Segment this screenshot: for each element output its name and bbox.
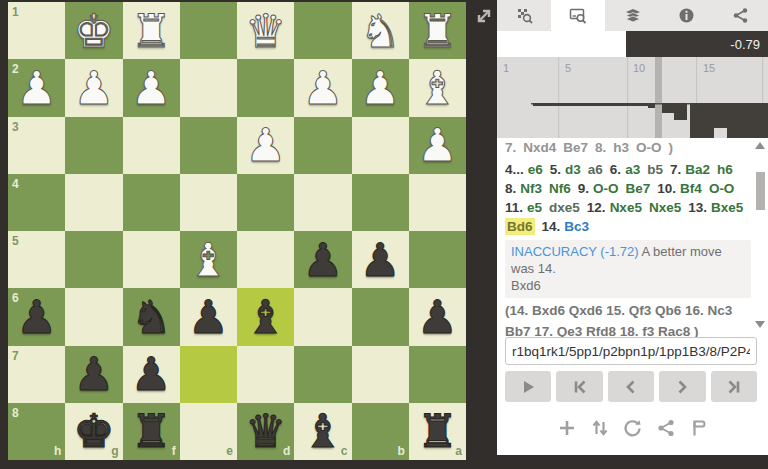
flag-button[interactable] (687, 416, 711, 440)
move-number: 6. (610, 162, 621, 177)
tab-info[interactable] (660, 0, 714, 31)
square-h5[interactable]: 5 (8, 231, 65, 288)
move-token[interactable]: Bc3 (564, 219, 589, 234)
square-g2[interactable]: ♟ (65, 59, 122, 116)
expand-icon[interactable] (472, 4, 496, 28)
square-f1[interactable]: ♜ (123, 2, 180, 59)
white-B-piece[interactable]: ♝ (417, 65, 458, 111)
share-nodes-icon (656, 418, 676, 438)
add-button[interactable] (555, 416, 579, 440)
square-c8[interactable]: c♝ (294, 403, 351, 460)
white-P-piece[interactable]: ♟ (245, 122, 286, 168)
rank-label-6: 6 (12, 292, 19, 304)
square-b6[interactable] (352, 288, 409, 345)
square-g4[interactable] (65, 174, 122, 231)
black-P-piece[interactable]: ♟ (360, 237, 401, 283)
rank-label-5: 5 (12, 235, 19, 247)
analysis-panel: -0.79 151015 7.Nxd4Be78.h3O-O)4...e65.d3… (497, 0, 768, 455)
file-label-b: b (397, 445, 404, 457)
openings-book-icon (624, 7, 642, 24)
move-token[interactable]: h3 (613, 140, 629, 155)
file-label-e: e (226, 445, 233, 457)
move-token[interactable]: O-O (593, 181, 619, 196)
step-forward-icon (673, 378, 691, 396)
tab-board-search[interactable] (497, 0, 551, 31)
square-h6[interactable]: 6♟ (8, 288, 65, 345)
move-number: 13. (688, 200, 707, 215)
square-f8[interactable]: f♜ (123, 403, 180, 460)
move-token[interactable]: a3 (625, 162, 640, 177)
square-c2[interactable]: ♟ (294, 59, 351, 116)
move-token[interactable]: e6 (528, 162, 543, 177)
annotation-text-2: Bxd6 (511, 277, 745, 294)
move-token[interactable]: 7. (505, 140, 516, 155)
white-R-piece[interactable]: ♜ (131, 8, 172, 54)
tab-engine-analysis[interactable] (551, 0, 605, 31)
square-d8[interactable]: d♛ (237, 403, 294, 460)
rank-label-4: 4 (12, 178, 19, 190)
eval-bar-black: -0.79 (626, 31, 768, 57)
square-f6[interactable]: ♞ (123, 288, 180, 345)
move-line-4: Bd614.Bc3 (505, 217, 751, 236)
square-d1[interactable]: ♛ (237, 2, 294, 59)
move-line-2: 8.Nf3Nf69.O-OBe710.Bf4O-O (505, 179, 751, 198)
square-g8[interactable]: g♚ (65, 403, 122, 460)
move-token[interactable]: 8. (595, 140, 606, 155)
black-N-piece[interactable]: ♞ (131, 294, 172, 340)
square-h2[interactable]: 2♟ (8, 59, 65, 116)
move-token[interactable]: Bd6 (505, 218, 535, 235)
square-b8[interactable]: b (352, 403, 409, 460)
black-B-piece[interactable]: ♝ (245, 294, 286, 340)
move-number: 12. (587, 200, 606, 215)
square-d3[interactable]: ♟ (237, 117, 294, 174)
square-g3[interactable] (65, 117, 122, 174)
square-g5[interactable] (65, 231, 122, 288)
play-button[interactable] (505, 371, 551, 402)
move-number: 4... (505, 162, 524, 177)
square-h8[interactable]: 8h (8, 403, 65, 460)
square-c5[interactable]: ♟ (294, 231, 351, 288)
square-c3[interactable] (294, 117, 351, 174)
black-R-piece[interactable]: ♜ (131, 408, 172, 454)
move-number: 10. (657, 181, 676, 196)
flag-icon (689, 418, 709, 438)
square-e5[interactable]: ♝ (180, 231, 237, 288)
rank-label-1: 1 (12, 6, 19, 18)
scroll-thumb[interactable] (756, 172, 765, 210)
plus-icon (557, 418, 577, 438)
svg-text:1: 1 (503, 62, 509, 74)
file-label-a: a (455, 445, 462, 457)
square-g1[interactable]: ♚ (65, 2, 122, 59)
move-number: 11. (505, 200, 523, 215)
tab-openings-book[interactable] (605, 0, 659, 31)
step-back-button[interactable] (608, 371, 654, 402)
square-e4[interactable] (180, 174, 237, 231)
white-N-piece[interactable]: ♞ (360, 8, 401, 54)
move-token[interactable]: ) (669, 140, 674, 155)
black-P-piece[interactable]: ♟ (131, 351, 172, 397)
fen-input[interactable] (505, 337, 757, 365)
square-d4[interactable] (237, 174, 294, 231)
move-token[interactable]: O-O (709, 181, 735, 196)
square-a7[interactable] (409, 346, 466, 403)
square-c4[interactable] (294, 174, 351, 231)
move-list-scrollbar[interactable] (755, 140, 767, 330)
reset-button[interactable] (621, 416, 645, 440)
square-h7[interactable]: 7 (8, 346, 65, 403)
move-token[interactable]: Nf6 (549, 181, 571, 196)
move-token[interactable]: Nxd4 (523, 140, 556, 155)
rank-label-3: 3 (12, 121, 19, 133)
square-d7[interactable] (237, 346, 294, 403)
black-R-piece[interactable]: ♜ (417, 408, 458, 454)
file-label-f: f (172, 445, 176, 457)
black-B-piece[interactable]: ♝ (302, 408, 343, 454)
panel-tabs (497, 0, 768, 31)
annotation-inaccuracy: INACCURACY (-1.72) A better move was 14.… (505, 240, 751, 298)
skip-to-end-icon (725, 378, 743, 396)
move-line-0: 7.Nxd4Be78.h3O-O) (505, 138, 751, 157)
white-P-piece[interactable]: ♟ (131, 65, 172, 111)
white-P-piece[interactable]: ♟ (302, 65, 343, 111)
move-token[interactable]: Be7 (563, 140, 588, 155)
skip-to-start-icon (571, 378, 589, 396)
move-token[interactable]: Ba2 (685, 162, 710, 177)
move-token[interactable]: Be7 (626, 181, 651, 196)
step-forward-button[interactable] (659, 371, 705, 402)
move-token[interactable]: h6 (717, 162, 733, 177)
white-P-piece[interactable]: ♟ (73, 65, 114, 111)
square-c1[interactable] (294, 2, 351, 59)
flip-board-button[interactable] (588, 416, 612, 440)
square-d5[interactable] (237, 231, 294, 288)
svg-text:5: 5 (565, 62, 571, 74)
square-e2[interactable] (180, 59, 237, 116)
white-Q-piece[interactable]: ♛ (245, 8, 286, 54)
flip-board-icon (590, 418, 610, 438)
square-d6[interactable]: ♝ (237, 288, 294, 345)
white-K-piece[interactable]: ♚ (73, 8, 114, 54)
board-search-icon (516, 7, 533, 24)
black-P-piece[interactable]: ♟ (73, 351, 114, 397)
black-Q-piece[interactable]: ♛ (245, 408, 286, 454)
square-h4[interactable]: 4 (8, 174, 65, 231)
black-P-piece[interactable]: ♟ (188, 294, 229, 340)
engine-analysis-icon (569, 7, 587, 24)
white-P-piece[interactable]: ♟ (360, 65, 401, 111)
square-b3[interactable] (352, 117, 409, 174)
move-token[interactable]: d3 (565, 162, 581, 177)
eval-bar: -0.79 (497, 31, 768, 57)
black-P-piece[interactable]: ♟ (302, 237, 343, 283)
square-e1[interactable] (180, 2, 237, 59)
fen-field-wrap (505, 337, 757, 365)
playback-controls (505, 371, 757, 402)
file-label-g: g (111, 445, 118, 457)
move-number: 7. (670, 162, 681, 177)
square-a2[interactable]: ♝ (409, 59, 466, 116)
square-f7[interactable]: ♟ (123, 346, 180, 403)
step-back-icon (622, 378, 640, 396)
move-token[interactable]: Nxe5 (649, 200, 681, 215)
rank-label-2: 2 (12, 63, 19, 75)
file-label-c: c (341, 445, 348, 457)
move-token[interactable]: O-O (636, 140, 662, 155)
tab-share[interactable] (714, 0, 768, 31)
square-a4[interactable] (409, 174, 466, 231)
file-label-h: h (54, 445, 61, 457)
square-c6[interactable] (294, 288, 351, 345)
square-h3[interactable]: 3 (8, 117, 65, 174)
svg-text:15: 15 (703, 62, 715, 74)
move-token[interactable]: Nf3 (520, 181, 542, 196)
move-line-1: 4...e65.d3a66.a3b57.Ba2h6 (505, 160, 751, 179)
square-a5[interactable] (409, 231, 466, 288)
move-token[interactable]: Bf4 (680, 181, 702, 196)
rank-label-7: 7 (12, 350, 19, 362)
square-e7[interactable] (180, 346, 237, 403)
square-a6[interactable]: ♟ (409, 288, 466, 345)
square-b4[interactable] (352, 174, 409, 231)
square-f2[interactable]: ♟ (123, 59, 180, 116)
move-number: 9. (578, 181, 589, 196)
file-label-d: d (283, 445, 290, 457)
scroll-up-arrow[interactable] (755, 142, 765, 149)
share-icon (732, 7, 749, 24)
black-P-piece[interactable]: ♟ (417, 294, 458, 340)
black-K-piece[interactable]: ♚ (73, 408, 114, 454)
black-P-piece[interactable]: ♟ (16, 294, 57, 340)
square-a3[interactable]: ♟ (409, 117, 466, 174)
share-button[interactable] (654, 416, 678, 440)
move-lines: 7.Nxd4Be78.h3O-O)4...e65.d3a66.a3b57.Ba2… (505, 138, 751, 236)
move-token[interactable]: Nxe5 (610, 200, 642, 215)
square-b1[interactable]: ♞ (352, 2, 409, 59)
info-icon (678, 7, 695, 24)
expand-arrows-icon (472, 4, 496, 28)
square-d2[interactable] (237, 59, 294, 116)
square-f5[interactable] (123, 231, 180, 288)
move-number: 14. (542, 219, 561, 234)
scroll-down-arrow[interactable] (755, 321, 765, 328)
white-P-piece[interactable]: ♟ (16, 65, 57, 111)
chess-analysis-app: 1♚♜♛♞♜2♟♟♟♟♟♝3♟♟45♝♟♟6♟♞♟♝♟7♟♟8hg♚f♜ed♛c… (0, 0, 768, 469)
square-a1[interactable]: ♜ (409, 2, 466, 59)
square-h1[interactable]: 1 (8, 2, 65, 59)
eval-bar-white (497, 31, 626, 57)
square-b7[interactable] (352, 346, 409, 403)
move-token[interactable]: e5 (527, 200, 542, 215)
square-e8[interactable]: e (180, 403, 237, 460)
square-b2[interactable]: ♟ (352, 59, 409, 116)
svg-text:10: 10 (633, 62, 645, 74)
play-icon (519, 378, 537, 396)
move-token[interactable]: a6 (588, 162, 603, 177)
square-b5[interactable]: ♟ (352, 231, 409, 288)
annotation-severity: INACCURACY (-1.72) (511, 244, 639, 259)
skip-to-end-button[interactable] (711, 371, 757, 402)
white-B-piece[interactable]: ♝ (188, 237, 229, 283)
move-line-3: 11.e5dxe512.Nxe5Nxe513.Bxe5 (505, 198, 751, 217)
chess-board[interactable]: 1♚♜♛♞♜2♟♟♟♟♟♝3♟♟45♝♟♟6♟♞♟♝♟7♟♟8hg♚f♜ed♛c… (8, 2, 466, 460)
move-list: 7.Nxd4Be78.h3O-O)4...e65.d3a66.a3b57.Ba2… (505, 138, 751, 342)
square-e3[interactable] (180, 117, 237, 174)
move-token[interactable]: dxe5 (549, 200, 580, 215)
move-token[interactable]: Bxe5 (711, 200, 743, 215)
rank-label-8: 8 (12, 407, 19, 419)
square-a8[interactable]: a♜ (409, 403, 466, 460)
square-c7[interactable] (294, 346, 351, 403)
white-P-piece[interactable]: ♟ (417, 122, 458, 168)
move-token[interactable]: b5 (647, 162, 663, 177)
square-g7[interactable]: ♟ (65, 346, 122, 403)
white-R-piece[interactable]: ♜ (417, 8, 458, 54)
reset-icon (622, 418, 643, 439)
square-g6[interactable] (65, 288, 122, 345)
square-e6[interactable]: ♟ (180, 288, 237, 345)
eval-graph[interactable]: 151015 (497, 57, 768, 138)
move-number: 8. (505, 181, 516, 196)
square-f3[interactable] (123, 117, 180, 174)
square-f4[interactable] (123, 174, 180, 231)
move-number: 5. (550, 162, 561, 177)
action-icons-row (497, 416, 768, 440)
skip-to-start-button[interactable] (556, 371, 602, 402)
eval-score: -0.79 (730, 37, 768, 52)
variation-line-1: (14. Bxd6 Qxd6 15. Qf3 Qb6 16. Nc3 (505, 300, 751, 321)
